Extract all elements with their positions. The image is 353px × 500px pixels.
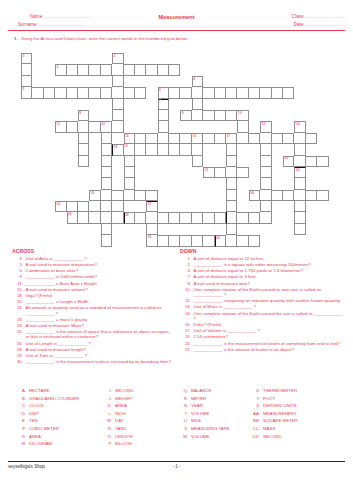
crossword-cell[interactable] [101,212,112,223]
crossword-cell[interactable] [260,212,271,223]
option-text: YEAR [191,403,203,408]
crossword-cell[interactable] [146,224,157,235]
crossword-cell[interactable]: 19 [124,144,135,155]
grid-empty [317,99,328,110]
clue-number: 29. [12,353,23,358]
class-label: Class: [292,14,305,19]
crossword-cell[interactable] [78,144,89,155]
crossword-cell[interactable] [169,235,180,246]
crossword-cell[interactable] [101,64,112,75]
crossword-cell[interactable] [135,212,146,223]
option-letter: X. [248,388,260,393]
crossword-cell[interactable] [112,87,123,98]
crossword-cell[interactable]: 6 [158,87,169,98]
option-item: S.YEAR [176,403,246,408]
crossword-cell[interactable]: 4 [192,76,203,87]
crossword-cell[interactable] [317,190,328,201]
clue-number: 14. [180,311,191,321]
crossword-cell[interactable] [101,235,112,246]
crossword-cell[interactable] [124,178,135,189]
crossword-cell[interactable] [226,144,237,155]
grid-empty [169,224,180,235]
crossword-cell[interactable] [237,87,248,98]
grid-empty [283,110,294,121]
grid-empty [21,121,32,132]
crossword-cell[interactable] [169,87,180,98]
grid-empty [306,201,317,212]
crossword-cell[interactable] [317,156,328,167]
grid-empty [146,167,157,178]
crossword-cell[interactable] [158,212,169,223]
crossword-cell[interactable] [32,87,43,98]
crossword-cell[interactable] [283,87,294,98]
grid-empty [260,64,271,75]
crossword-cell[interactable] [112,121,123,132]
crossword-cell[interactable] [306,133,317,144]
option-text: HECTARE [29,388,49,393]
crossword-cell[interactable] [180,87,191,98]
grid-empty [317,110,328,121]
grid-empty [55,144,66,155]
crossword-cell[interactable]: 2 [112,53,123,64]
grid-empty [67,224,78,235]
grid-empty [215,76,226,87]
crossword-cell[interactable] [135,144,146,155]
cell-number: 27 [148,202,152,206]
crossword-cell[interactable] [283,190,294,201]
crossword-cell[interactable]: 28 [124,212,135,223]
cell-number: 18 [114,145,118,149]
crossword-cell[interactable] [146,133,157,144]
grid-empty [237,178,248,189]
crossword-cell[interactable] [124,156,135,167]
crossword-cell[interactable] [78,201,89,212]
cell-number: 23 [91,191,95,195]
crossword-cell[interactable] [124,167,135,178]
clue-text: ____________ is a square with sides meas… [194,262,347,267]
grid-empty [67,156,78,167]
crossword-cell[interactable]: 1 [21,53,32,64]
crossword-cell[interactable] [101,224,112,235]
grid-empty [180,156,191,167]
grid-empty [78,190,89,201]
grid-empty [272,99,283,110]
crossword-cell[interactable]: 20 [283,156,294,167]
clue-item: 1.A unit of distance equal to 12 inches. [180,256,346,261]
crossword-cell[interactable]: 21 [203,167,214,178]
crossword-cell[interactable]: 18 [112,144,123,155]
crossword-cell[interactable] [237,167,248,178]
crossword-cell[interactable]: 23 [89,190,100,201]
grid-empty [283,235,294,246]
clue-item: 22.____________ is the measurement of ex… [180,341,346,346]
crossword-cell[interactable] [101,190,112,201]
crossword-cell[interactable] [158,110,169,121]
grid-empty [249,64,260,75]
option-item: J.WEIGHT [100,396,174,401]
clue-text: A unit of distance equal to 3 feet. [194,274,347,279]
crossword-cell[interactable] [67,121,78,132]
crossword-cell[interactable] [260,178,271,189]
crossword-cell[interactable]: 12 [101,121,112,132]
crossword-cell[interactable] [226,212,237,223]
crossword-cell[interactable] [89,201,100,212]
grid-empty [203,121,214,132]
crossword-cell[interactable] [101,144,112,155]
surname-fill-line[interactable]: .......................... [39,22,85,27]
crossword-cell[interactable]: 11 [55,121,66,132]
option-letter: S. [176,403,188,408]
crossword-cell[interactable] [260,201,271,212]
crossword-cell[interactable] [146,212,157,223]
crossword-cell[interactable] [78,156,89,167]
crossword-cell[interactable]: 7 [158,99,169,110]
option-item: AA.MEASUREMENT [248,411,348,416]
crossword-cell[interactable] [112,99,123,110]
crossword-cell[interactable] [237,121,248,132]
crossword-cell[interactable]: 10 [237,110,248,121]
crossword-cell[interactable] [135,133,146,144]
grid-empty [146,110,157,121]
crossword-cell[interactable] [112,64,123,75]
crossword-cell[interactable] [192,144,203,155]
crossword-cell[interactable] [226,167,237,178]
date-fill-line[interactable]: ...................... [306,22,345,27]
crossword-cell[interactable] [226,190,237,201]
option-text: SECOND [263,434,282,439]
grid-empty [89,235,100,246]
crossword-cell[interactable]: 8 [78,110,89,121]
clue-number: 28. [12,347,23,352]
crossword-cell[interactable] [203,212,214,223]
grid-empty [21,178,32,189]
grid-empty [283,144,294,155]
crossword-cell[interactable] [237,235,248,246]
grid-empty [260,53,271,64]
cell-number: 8 [79,111,81,115]
crossword-cell[interactable] [169,133,180,144]
grid-empty [44,99,55,110]
grid-empty [317,53,328,64]
crossword-cell[interactable] [294,156,305,167]
crossword-cell[interactable]: 22 [294,167,305,178]
crossword-cell[interactable] [124,87,135,98]
grid-empty [203,144,214,155]
clue-item: 20.____________ = Length x Width [12,299,174,304]
grid-empty [158,167,169,178]
grid-empty [124,235,135,246]
crossword-cell[interactable] [124,190,135,201]
crossword-cell[interactable] [260,133,271,144]
footer-rule [8,461,345,462]
crossword-cell[interactable] [169,212,180,223]
crossword-cell[interactable] [146,144,157,155]
crossword-cell[interactable] [135,87,146,98]
option-item: F.CUBIC METER [14,426,98,431]
crossword-cell[interactable] [44,87,55,98]
grid-empty [124,224,135,235]
crossword-cell[interactable] [124,64,135,75]
crossword-cell[interactable] [237,212,248,223]
clue-item: 12.____________ comparing an unknown qua… [180,298,346,303]
crossword-cell[interactable]: 27 [146,201,157,212]
crossword-cell[interactable] [249,87,260,98]
grid-empty [180,53,191,64]
grid-empty [306,212,317,223]
grid-empty [158,178,169,189]
option-letter: H. [14,441,26,446]
grid-empty [21,144,32,155]
option-item: BB.SQUARE METER [248,418,348,423]
crossword-cell[interactable] [67,64,78,75]
crossword-cell[interactable] [226,87,237,98]
cell-number: 22 [296,168,300,172]
crossword-cell[interactable]: 16 [192,133,203,144]
crossword-cell[interactable] [215,212,226,223]
grid-empty [44,156,55,167]
crossword-cell[interactable] [283,133,294,144]
crossword-cell[interactable] [294,224,305,235]
cell-number: 12 [101,122,105,126]
crossword-cell[interactable] [294,212,305,223]
grid-empty [169,76,180,87]
crossword-cell[interactable] [135,64,146,75]
crossword-cell[interactable] [180,235,191,246]
surname-field-label: Surname: .......................... [18,22,85,27]
grid-empty [89,178,100,189]
option-item: I.SECOND [100,388,174,393]
crossword-cell[interactable] [260,144,271,155]
crossword-cell[interactable] [215,167,226,178]
grid-empty [67,133,78,144]
option-text: GRADUATED CYLINDER [29,396,79,401]
crossword-cell[interactable] [192,99,203,110]
clue-item: 2.____________ is a square with sides me… [180,262,346,267]
crossword-cell[interactable] [101,201,112,212]
option-text: VOLUME [191,411,209,416]
grid-empty [21,99,32,110]
crossword-cell[interactable]: 29 [146,235,157,246]
crossword-cell[interactable] [249,212,260,223]
crossword-cell[interactable] [260,190,271,201]
crossword-cell[interactable] [306,156,317,167]
grid-empty [294,53,305,64]
crossword-cell[interactable] [294,201,305,212]
option-item: T.VOLUME [176,411,246,416]
crossword-cell[interactable] [158,121,169,132]
crossword-cell[interactable] [158,133,169,144]
crossword-cell[interactable] [215,87,226,98]
crossword-cell[interactable] [21,64,32,75]
crossword-cell[interactable] [249,133,260,144]
option-text: METER [191,396,206,401]
crossword-cell[interactable] [89,87,100,98]
crossword-cell[interactable] [78,212,89,223]
clue-number: 23. [12,317,23,322]
crossword-cell[interactable]: 5 [21,87,32,98]
crossword-cell[interactable] [101,178,112,189]
crossword-cell[interactable] [192,87,203,98]
clue-text: ____________ is the measurement of exten… [194,341,347,346]
crossword-cell[interactable] [226,110,237,121]
crossword-cell[interactable] [215,110,226,121]
grid-empty [215,121,226,132]
crossword-cell[interactable] [101,167,112,178]
crossword-cell[interactable] [112,212,123,223]
grid-empty [317,167,328,178]
grid-empty [112,235,123,246]
clue-item: 18.Giga? (Prefix) [12,293,174,298]
crossword-cell[interactable] [215,133,226,144]
clue-item: 27.____________ is the amount of matter … [180,347,346,352]
class-fill-line[interactable]: ...................... [306,14,345,19]
crossword-cell[interactable] [294,178,305,189]
crossword-cell[interactable] [294,144,305,155]
cell-number: 21 [205,168,209,172]
cell-number: 13 [262,122,266,126]
crossword-cell[interactable] [192,235,203,246]
crossword-cell[interactable]: 30 [215,235,226,246]
grid-empty [272,64,283,75]
grid-empty [32,76,43,87]
crossword-cell[interactable]: 26 [67,212,78,223]
crossword-cell[interactable] [180,133,191,144]
crossword-cell[interactable] [78,64,89,75]
crossword-cell[interactable]: 13 [260,121,271,132]
grid-empty [180,167,191,178]
clue-item: 19.2.54 centimeters? [180,334,346,339]
crossword-cell[interactable] [272,133,283,144]
clue-text: ____________ is the measurement surface … [26,359,175,364]
crossword-cell[interactable] [180,144,191,155]
crossword-cell[interactable] [294,133,305,144]
option-text: UNIT [29,411,39,416]
clue-text: ____________ = Length x Width [26,299,175,304]
surname-label: Surname: [18,22,38,27]
crossword-cell[interactable] [112,110,123,121]
crossword-cell[interactable] [226,235,237,246]
grid-empty [32,178,43,189]
grid-empty [294,76,305,87]
crossword-cell[interactable]: 3 [55,64,66,75]
crossword-cell[interactable] [158,144,169,155]
crossword-cell[interactable] [78,87,89,98]
crossword-cell[interactable] [78,133,89,144]
options-column: Q.BALANCER.METERS.YEART.VOLUMEU.MILEV.ME… [176,388,246,441]
option-text: SQUARE METER [263,418,298,423]
crossword-cell[interactable] [101,87,112,98]
crossword-cell[interactable] [146,190,157,201]
crossword-cell[interactable] [260,87,271,98]
crossword-cell[interactable] [203,110,214,121]
crossword-cell[interactable] [78,121,89,132]
grid-empty [203,76,214,87]
crossword-cell[interactable] [226,224,237,235]
grid-empty [306,64,317,75]
grid-empty [272,156,283,167]
crossword-cell[interactable] [237,133,248,144]
crossword-cell[interactable] [249,235,260,246]
option-letter: Q. [176,388,188,393]
crossword-cell[interactable]: 24 [249,190,260,201]
crossword-cell[interactable] [89,212,100,223]
clue-number: 17. [180,328,191,333]
crossword-cell[interactable]: 14 [294,121,305,132]
crossword-cell[interactable] [135,190,146,201]
crossword-cell[interactable] [89,64,100,75]
crossword-cell[interactable] [169,144,180,155]
crossword-cell[interactable] [89,121,100,132]
crossword-cell[interactable] [158,64,169,75]
crossword-cell[interactable]: 15 [124,133,135,144]
option-item: L.INCH [100,411,174,416]
crossword-cell[interactable] [180,212,191,223]
crossword-cell[interactable] [158,235,169,246]
crossword-cell[interactable] [272,190,283,201]
grid-empty [180,201,191,212]
crossword-cell[interactable] [260,156,271,167]
grid-empty [55,53,66,64]
grid-empty [89,53,100,64]
crossword-cell[interactable] [226,178,237,189]
grid-empty [55,99,66,110]
crossword-cell[interactable] [226,201,237,212]
crossword-cell[interactable] [112,76,123,87]
crossword-cell[interactable] [260,167,271,178]
clue-item: 21.An amount or quantity used as a stand… [12,305,174,315]
crossword-cell[interactable] [203,133,214,144]
grid-empty [55,167,66,178]
crossword-cell[interactable] [55,87,66,98]
crossword-cell[interactable] [112,190,123,201]
crossword-cell[interactable] [67,201,78,212]
clue-item: 30.____________ is the measurement surfa… [12,359,174,364]
grid-empty [306,224,317,235]
grid-empty [169,156,180,167]
crossword-cell[interactable] [101,133,112,144]
crossword-cell[interactable] [203,235,214,246]
crossword-cell[interactable] [226,156,237,167]
crossword-cell[interactable] [192,156,203,167]
crossword-cell[interactable] [21,76,32,87]
crossword-cell[interactable]: 17 [226,133,237,144]
option-text: AREA [29,434,41,439]
crossword-cell[interactable]: 9 [180,110,191,121]
crossword-cell[interactable] [203,87,214,98]
grid-empty [44,133,55,144]
crossword-cell[interactable] [192,110,203,121]
crossword-cell[interactable] [67,87,78,98]
crossword-cell[interactable] [101,156,112,167]
clue-number: 8. [180,281,191,286]
grid-empty [283,201,294,212]
crossword-cell[interactable] [146,64,157,75]
crossword-cell[interactable] [169,64,180,75]
clue-number: 2. [180,262,191,267]
crossword-cell[interactable] [272,87,283,98]
down-clues-section: DOWN 1.A unit of distance equal to 12 in… [180,248,346,353]
crossword-cell[interactable] [294,190,305,201]
crossword-cell[interactable] [192,212,203,223]
grid-empty [249,167,260,178]
crossword-cell[interactable] [112,201,123,212]
crossword-cell[interactable]: 25 [55,201,66,212]
option-item: V.MEASURING TAPE [176,426,246,431]
option-text: BALANCE [191,388,211,393]
grid-empty [260,76,271,87]
crossword-cell[interactable] [306,190,317,201]
grid-empty [306,99,317,110]
